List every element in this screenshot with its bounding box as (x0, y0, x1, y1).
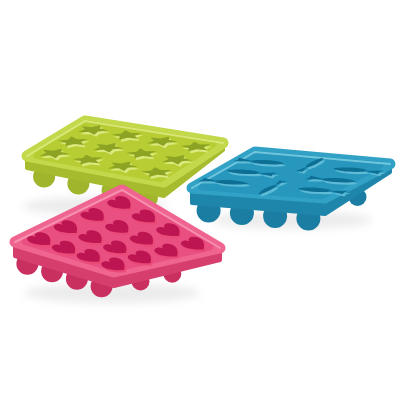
ice-cube-trays-image (0, 0, 402, 402)
tray-blue (192, 152, 390, 231)
product-photo (0, 0, 402, 402)
